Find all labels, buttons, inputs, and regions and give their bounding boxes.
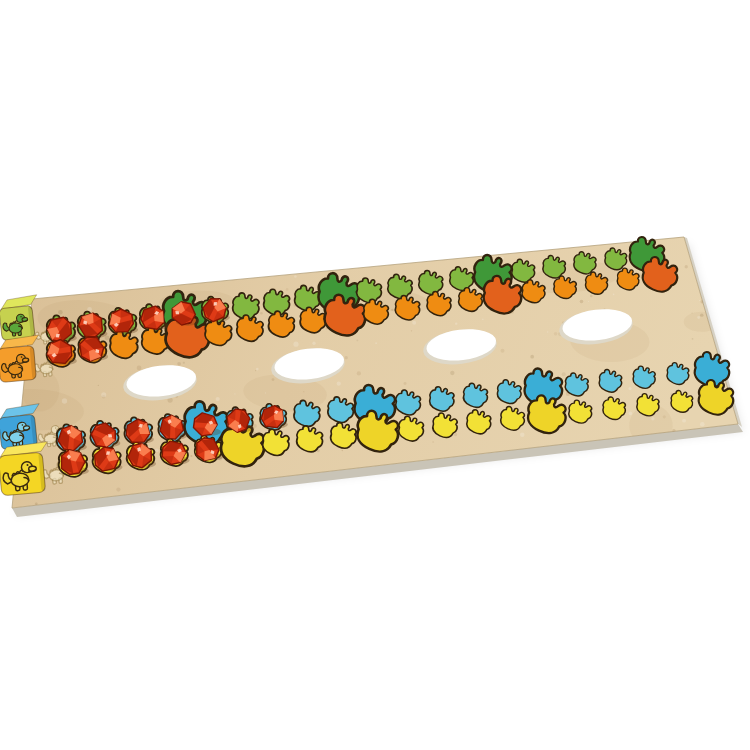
game-board <box>0 0 750 750</box>
board-photo <box>0 0 750 750</box>
